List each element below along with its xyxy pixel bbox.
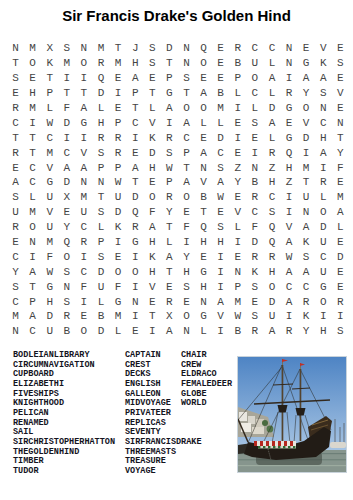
grid-cell: Y xyxy=(298,86,315,101)
grid-cell: R xyxy=(332,294,349,309)
grid-cell: X xyxy=(41,41,58,56)
grid-cell: T xyxy=(195,205,212,220)
grid-cell: U xyxy=(75,205,92,220)
word-list-column-3: CHAIRCREWELDRACOFEMALEDEERGLOBEWORLD xyxy=(181,351,232,409)
grid-cell: R xyxy=(161,190,178,205)
grid-cell: R xyxy=(161,294,178,309)
grid-cell: U xyxy=(110,190,127,205)
grid-cell: E xyxy=(195,71,212,86)
grid-cell: L xyxy=(41,101,58,116)
grid-cell: X xyxy=(58,190,75,205)
grid-cell: P xyxy=(92,160,109,175)
grid-cell: D xyxy=(246,235,263,250)
grid-cell: S xyxy=(212,220,229,235)
grid-cell: R xyxy=(281,324,298,339)
grid-cell: P xyxy=(110,115,127,130)
grid-cell: T xyxy=(127,101,144,116)
grid-cell: C xyxy=(178,130,195,145)
grid-cell: Y xyxy=(229,175,246,190)
grid-cell: N xyxy=(195,160,212,175)
grid-cell: E xyxy=(332,175,349,190)
grid-cell: T xyxy=(127,175,144,190)
grid-cell: P xyxy=(161,175,178,190)
grid-cell: P xyxy=(161,71,178,86)
grid-cell: A xyxy=(298,71,315,86)
grid-cell: E xyxy=(110,249,127,264)
grid-cell: W xyxy=(41,264,58,279)
grid-cell: R xyxy=(92,56,109,71)
grid-cell: H xyxy=(127,56,144,71)
grid-cell: S xyxy=(246,279,263,294)
page-title: Sir Francis Drake's Golden Hind xyxy=(0,7,353,24)
grid-cell: I xyxy=(24,249,41,264)
grid-cell: E xyxy=(178,205,195,220)
grid-cell: E xyxy=(212,56,229,71)
grid-cell: E xyxy=(161,279,178,294)
grid-cell: W xyxy=(41,115,58,130)
grid-cell: A xyxy=(75,160,92,175)
grid-cell: E xyxy=(58,205,75,220)
grid-cell: T xyxy=(161,56,178,71)
grid-cell: S xyxy=(161,145,178,160)
grid-cell: A xyxy=(75,101,92,116)
grid-cell: O xyxy=(298,101,315,116)
grid-cell: N xyxy=(281,56,298,71)
grid-cell: C xyxy=(127,115,144,130)
grid-cell: Y xyxy=(161,205,178,220)
grid-cell: H xyxy=(315,324,332,339)
grid-cell: T xyxy=(7,130,24,145)
grid-cell: T xyxy=(7,56,24,71)
grid-cell: E xyxy=(7,235,24,250)
grid-cell: Q xyxy=(92,71,109,86)
grid-cell: A xyxy=(281,264,298,279)
grid-cell: G xyxy=(161,86,178,101)
grid-cell: C xyxy=(58,145,75,160)
grid-cell: N xyxy=(127,294,144,309)
grid-cell: I xyxy=(281,190,298,205)
grid-cell: T xyxy=(161,264,178,279)
grid-cell: E xyxy=(229,115,246,130)
grid-cell: E xyxy=(229,249,246,264)
grid-cell: R xyxy=(75,235,92,250)
grid-cell: D xyxy=(41,309,58,324)
grid-cell: L xyxy=(212,115,229,130)
grid-cell: F xyxy=(332,160,349,175)
grid-cell: H xyxy=(178,264,195,279)
grid-cell: B xyxy=(58,324,75,339)
grid-cell: E xyxy=(127,324,144,339)
grid-cell: D xyxy=(144,145,161,160)
grid-cell: Y xyxy=(298,324,315,339)
grid-cell: G xyxy=(127,235,144,250)
grid-cell: E xyxy=(298,41,315,56)
grid-cell: W xyxy=(212,190,229,205)
grid-cell: R xyxy=(127,220,144,235)
grid-cell: M xyxy=(58,56,75,71)
grid-cell: B xyxy=(92,309,109,324)
grid-cell: M xyxy=(212,101,229,116)
grid-cell: M xyxy=(24,205,41,220)
grid-cell: O xyxy=(75,324,92,339)
grid-cell: L xyxy=(110,324,127,339)
grid-cell: I xyxy=(315,309,332,324)
word-search-grid: NMXSNMTJSDNQERCCNEVETOKMORMHSTNOEBULNGKS… xyxy=(7,41,349,339)
grid-cell: C xyxy=(315,249,332,264)
grid-cell: H xyxy=(144,160,161,175)
grid-cell: O xyxy=(75,56,92,71)
grid-cell: G xyxy=(281,130,298,145)
grid-cell: T xyxy=(41,71,58,86)
grid-cell: G xyxy=(75,115,92,130)
grid-cell: L xyxy=(92,294,109,309)
grid-cell: N xyxy=(178,41,195,56)
grid-cell: I xyxy=(110,86,127,101)
grid-cell: I xyxy=(110,235,127,250)
grid-cell: L xyxy=(195,115,212,130)
grid-cell: U xyxy=(41,324,58,339)
grid-cell: I xyxy=(229,235,246,250)
grid-cell: A xyxy=(161,249,178,264)
grid-cell: A xyxy=(178,175,195,190)
grid-cell: A xyxy=(263,324,280,339)
grid-cell: U xyxy=(298,190,315,205)
grid-cell: T xyxy=(110,41,127,56)
grid-cell: E xyxy=(24,71,41,86)
grid-cell: C xyxy=(212,145,229,160)
grid-cell: A xyxy=(24,309,41,324)
grid-cell: N xyxy=(281,41,298,56)
grid-cell: A xyxy=(24,264,41,279)
grid-cell: V xyxy=(229,205,246,220)
grid-cell: O xyxy=(24,56,41,71)
grid-cell: T xyxy=(298,175,315,190)
grid-cell: E xyxy=(281,115,298,130)
grid-cell: N xyxy=(229,264,246,279)
grid-cell: F xyxy=(110,279,127,294)
grid-cell: S xyxy=(298,249,315,264)
grid-cell: P xyxy=(229,71,246,86)
grid-cell: V xyxy=(332,86,349,101)
grid-cell: R xyxy=(110,130,127,145)
grid-cell: O xyxy=(24,220,41,235)
grid-cell: E xyxy=(195,249,212,264)
grid-cell: T xyxy=(161,220,178,235)
grid-cell: C xyxy=(263,190,280,205)
grid-cell: J xyxy=(127,41,144,56)
grid-cell: D xyxy=(92,264,109,279)
grid-cell: A xyxy=(263,71,280,86)
grid-cell: C xyxy=(75,264,92,279)
grid-cell: N xyxy=(178,324,195,339)
grid-cell: G xyxy=(41,279,58,294)
grid-cell: E xyxy=(212,71,229,86)
grid-cell: N xyxy=(75,175,92,190)
word-list-item: VOYAGE xyxy=(125,467,202,477)
grid-cell: S xyxy=(178,279,195,294)
grid-cell: P xyxy=(127,86,144,101)
grid-cell: R xyxy=(229,41,246,56)
grid-cell: L xyxy=(92,220,109,235)
grid-cell: R xyxy=(315,175,332,190)
grid-cell: L xyxy=(229,220,246,235)
grid-cell: K xyxy=(315,56,332,71)
grid-cell: U xyxy=(263,309,280,324)
grid-cell: I xyxy=(75,294,92,309)
word-list-column-1: BODLEIANLIBRARYCIRCUMNAVIGATIONCUPBOARDE… xyxy=(13,351,115,477)
grid-cell: L xyxy=(195,324,212,339)
grid-cell: E xyxy=(110,71,127,86)
grid-cell: I xyxy=(246,145,263,160)
grid-cell: D xyxy=(110,205,127,220)
grid-cell: D xyxy=(315,220,332,235)
grid-cell: A xyxy=(144,220,161,235)
grid-cell: Y xyxy=(7,264,24,279)
grid-cell: M xyxy=(229,294,246,309)
grid-cell: M xyxy=(110,56,127,71)
grid-cell: S xyxy=(92,145,109,160)
grid-cell: C xyxy=(24,175,41,190)
grid-cell: O xyxy=(110,264,127,279)
grid-cell: H xyxy=(195,235,212,250)
grid-cell: W xyxy=(229,309,246,324)
grid-cell: S xyxy=(144,56,161,71)
grid-cell: I xyxy=(75,249,92,264)
grid-cell: G xyxy=(298,56,315,71)
grid-cell: N xyxy=(298,205,315,220)
grid-cell: E xyxy=(332,101,349,116)
grid-cell: R xyxy=(7,145,24,160)
grid-cell: A xyxy=(212,294,229,309)
grid-cell: H xyxy=(281,160,298,175)
grid-cell: Q xyxy=(195,220,212,235)
grid-cell: I xyxy=(24,115,41,130)
grid-cell: R xyxy=(161,130,178,145)
grid-cell: A xyxy=(7,175,24,190)
grid-cell: I xyxy=(127,279,144,294)
grid-cell: M xyxy=(24,101,41,116)
grid-cell: P xyxy=(92,235,109,250)
grid-cell: I xyxy=(281,309,298,324)
grid-cell: O xyxy=(144,190,161,205)
grid-cell: A xyxy=(212,175,229,190)
grid-cell: U xyxy=(41,220,58,235)
grid-cell: R xyxy=(246,324,263,339)
grid-cell: A xyxy=(315,71,332,86)
grid-cell: M xyxy=(7,309,24,324)
grid-cell: H xyxy=(212,235,229,250)
grid-cell: Q xyxy=(281,145,298,160)
grid-cell: C xyxy=(41,130,58,145)
grid-cell: I xyxy=(212,264,229,279)
grid-cell: M xyxy=(298,160,315,175)
grid-cell: Z xyxy=(281,175,298,190)
grid-cell: I xyxy=(315,160,332,175)
grid-cell: D xyxy=(92,324,109,339)
grid-cell: E xyxy=(75,309,92,324)
grid-cell: L xyxy=(263,86,280,101)
grid-cell: N xyxy=(7,41,24,56)
grid-cell: R xyxy=(58,309,75,324)
grid-cell: Q xyxy=(263,220,280,235)
grid-cell: U xyxy=(92,279,109,294)
grid-cell: O xyxy=(246,71,263,86)
grid-cell: H xyxy=(195,279,212,294)
grid-cell: K xyxy=(144,130,161,145)
grid-cell: F xyxy=(178,220,195,235)
word-list-item: WORLD xyxy=(181,399,232,409)
word-list-item: TUDOR xyxy=(13,467,115,477)
grid-cell: V xyxy=(195,175,212,190)
grid-cell: O xyxy=(178,309,195,324)
grid-cell: D xyxy=(298,130,315,145)
grid-cell: D xyxy=(127,190,144,205)
grid-cell: G xyxy=(195,309,212,324)
grid-cell: P xyxy=(229,279,246,294)
grid-cell: E xyxy=(144,71,161,86)
grid-cell: I xyxy=(281,205,298,220)
grid-cell: N xyxy=(315,101,332,116)
grid-cell: S xyxy=(246,115,263,130)
grid-cell: E xyxy=(195,130,212,145)
grid-cell: V xyxy=(144,279,161,294)
grid-cell: L xyxy=(263,56,280,71)
grid-cell: R xyxy=(7,220,24,235)
grid-cell: H xyxy=(263,264,280,279)
grid-cell: M xyxy=(41,235,58,250)
grid-cell: B xyxy=(229,324,246,339)
grid-cell: A xyxy=(178,115,195,130)
grid-cell: H xyxy=(41,294,58,309)
grid-cell: I xyxy=(58,71,75,86)
grid-cell: O xyxy=(127,264,144,279)
grid-cell: L xyxy=(161,235,178,250)
grid-cell: N xyxy=(58,279,75,294)
grid-cell: C xyxy=(298,279,315,294)
grid-cell: A xyxy=(195,86,212,101)
grid-cell: Y xyxy=(178,249,195,264)
grid-cell: E xyxy=(127,145,144,160)
grid-cell: O xyxy=(195,56,212,71)
grid-cell: D xyxy=(161,41,178,56)
grid-cell: G xyxy=(315,279,332,294)
grid-cell: B xyxy=(212,86,229,101)
grid-cell: L xyxy=(229,86,246,101)
grid-cell: G xyxy=(110,294,127,309)
grid-cell: E xyxy=(332,264,349,279)
grid-cell: I xyxy=(127,130,144,145)
grid-cell: I xyxy=(229,101,246,116)
grid-cell: I xyxy=(212,324,229,339)
grid-cell: I xyxy=(229,130,246,145)
grid-cell: R xyxy=(92,130,109,145)
grid-cell: D xyxy=(332,249,349,264)
grid-cell: I xyxy=(161,115,178,130)
grid-cell: N xyxy=(7,324,24,339)
grid-cell: V xyxy=(298,115,315,130)
grid-cell: C xyxy=(7,249,24,264)
grid-cell: K xyxy=(298,309,315,324)
grid-cell: S xyxy=(315,86,332,101)
grid-cell: I xyxy=(298,145,315,160)
grid-cell: S xyxy=(58,294,75,309)
grid-cell: S xyxy=(212,160,229,175)
grid-cell: E xyxy=(246,294,263,309)
grid-cell: T xyxy=(332,130,349,145)
grid-cell: P xyxy=(178,145,195,160)
grid-cell: C xyxy=(24,324,41,339)
grid-cell: L xyxy=(263,130,280,145)
grid-cell: S xyxy=(178,71,195,86)
grid-cell: H xyxy=(92,115,109,130)
grid-cell: U xyxy=(315,235,332,250)
grid-cell: O xyxy=(58,249,75,264)
grid-cell: E xyxy=(229,145,246,160)
grid-cell: O xyxy=(263,279,280,294)
grid-cell: N xyxy=(75,41,92,56)
grid-cell: L xyxy=(246,101,263,116)
grid-cell: D xyxy=(58,175,75,190)
grid-cell: S xyxy=(332,324,349,339)
grid-cell: I xyxy=(212,249,229,264)
grid-cell: S xyxy=(246,309,263,324)
grid-cell: C xyxy=(75,220,92,235)
grid-cell: A xyxy=(127,160,144,175)
grid-cell: I xyxy=(332,309,349,324)
grid-cell: V xyxy=(281,220,298,235)
grid-cell: C xyxy=(24,160,41,175)
grid-cell: N xyxy=(195,294,212,309)
grid-cell: V xyxy=(144,115,161,130)
grid-cell: R xyxy=(7,101,24,116)
grid-cell: L xyxy=(144,101,161,116)
grid-cell: C xyxy=(281,279,298,294)
grid-cell: S xyxy=(332,56,349,71)
grid-cell: E xyxy=(144,175,161,190)
word-search-page: Sir Francis Drake's Golden Hind NMXSNMTJ… xyxy=(0,0,353,500)
grid-cell: E xyxy=(332,279,349,294)
grid-cell: T xyxy=(58,86,75,101)
grid-cell: G xyxy=(41,175,58,190)
grid-cell: T xyxy=(24,279,41,294)
grid-cell: H xyxy=(144,235,161,250)
grid-cell: A xyxy=(281,235,298,250)
grid-cell: B xyxy=(246,175,263,190)
grid-cell: E xyxy=(212,205,229,220)
grid-cell: X xyxy=(161,309,178,324)
grid-cell: G xyxy=(195,264,212,279)
grid-cell: C xyxy=(7,294,24,309)
grid-cell: O xyxy=(315,294,332,309)
grid-cell: Z xyxy=(263,160,280,175)
grid-cell: S xyxy=(58,264,75,279)
grid-cell: F xyxy=(58,101,75,116)
grid-cell: A xyxy=(127,71,144,86)
grid-cell: S xyxy=(7,190,24,205)
grid-cell: A xyxy=(332,205,349,220)
grid-cell: S xyxy=(7,279,24,294)
grid-cell: B xyxy=(195,190,212,205)
grid-cell: D xyxy=(58,115,75,130)
grid-cell: E xyxy=(212,41,229,56)
grid-cell: I xyxy=(178,235,195,250)
grid-cell: A xyxy=(281,294,298,309)
grid-cell: A xyxy=(315,145,332,160)
grid-cell: Q xyxy=(263,235,280,250)
grid-cell: U xyxy=(315,264,332,279)
grid-cell: N xyxy=(24,235,41,250)
grid-cell: E xyxy=(246,130,263,145)
